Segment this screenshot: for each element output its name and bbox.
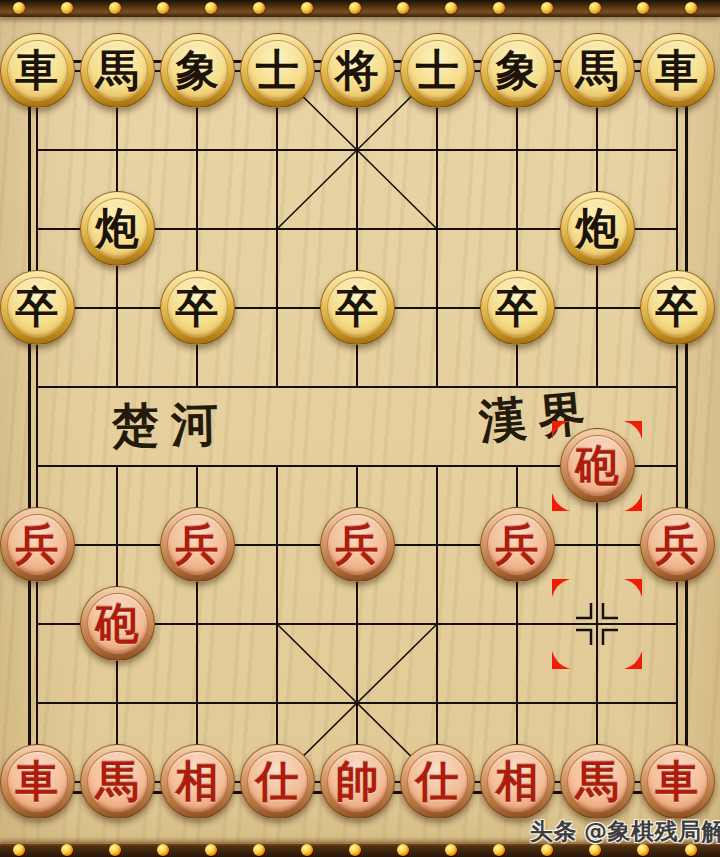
- watermark-caption: 头条@象棋残局解析: [530, 816, 720, 847]
- piece-black-cannon[interactable]: 炮: [80, 191, 155, 266]
- gold-stud-icon: [301, 2, 313, 14]
- piece-character: 相: [496, 760, 539, 803]
- last-move-origin-marker: [549, 576, 645, 672]
- piece-character: 馬: [576, 760, 619, 803]
- piece-red-soldier[interactable]: 兵: [0, 507, 75, 582]
- piece-character: 馬: [96, 49, 139, 92]
- top-decor-strip: [0, 0, 720, 17]
- piece-black-chariot[interactable]: 車: [0, 33, 75, 108]
- gold-stud-icon: [205, 2, 217, 14]
- gold-stud-icon: [493, 844, 505, 856]
- gold-stud-icon: [61, 844, 73, 856]
- piece-black-cannon[interactable]: 炮: [560, 191, 635, 266]
- gold-stud-icon: [493, 2, 505, 14]
- piece-black-advisor[interactable]: 士: [400, 33, 475, 108]
- gold-stud-icon: [445, 844, 457, 856]
- piece-character: 卒: [496, 286, 539, 329]
- piece-character: 卒: [656, 286, 699, 329]
- piece-black-horse[interactable]: 馬: [560, 33, 635, 108]
- piece-black-general[interactable]: 将: [320, 33, 395, 108]
- gold-stud-icon: [253, 2, 265, 14]
- piece-character: 砲: [96, 602, 139, 645]
- piece-black-soldier[interactable]: 卒: [320, 270, 395, 345]
- piece-character: 馬: [96, 760, 139, 803]
- piece-character: 士: [256, 49, 299, 92]
- piece-red-soldier[interactable]: 兵: [480, 507, 555, 582]
- piece-red-chariot[interactable]: 車: [0, 744, 75, 819]
- piece-red-soldier[interactable]: 兵: [160, 507, 235, 582]
- piece-black-soldier[interactable]: 卒: [480, 270, 555, 345]
- piece-character: 仕: [256, 760, 299, 803]
- piece-red-elephant[interactable]: 相: [480, 744, 555, 819]
- piece-red-soldier[interactable]: 兵: [640, 507, 715, 582]
- piece-character: 炮: [576, 207, 619, 250]
- gold-stud-icon: [253, 844, 265, 856]
- river-label-chu-he: 楚河: [112, 400, 231, 449]
- gold-stud-icon: [109, 844, 121, 856]
- gold-stud-icon: [685, 2, 697, 14]
- piece-red-chariot[interactable]: 車: [640, 744, 715, 819]
- piece-character: 象: [176, 49, 219, 92]
- gold-stud-icon: [397, 2, 409, 14]
- piece-character: 仕: [416, 760, 459, 803]
- piece-black-soldier[interactable]: 卒: [640, 270, 715, 345]
- gold-stud-icon: [397, 844, 409, 856]
- piece-black-horse[interactable]: 馬: [80, 33, 155, 108]
- piece-black-soldier[interactable]: 卒: [160, 270, 235, 345]
- piece-black-advisor[interactable]: 士: [240, 33, 315, 108]
- gold-stud-icon: [157, 2, 169, 14]
- piece-red-advisor[interactable]: 仕: [400, 744, 475, 819]
- piece-character: 車: [656, 49, 699, 92]
- piece-character: 卒: [336, 286, 379, 329]
- piece-red-elephant[interactable]: 相: [160, 744, 235, 819]
- gold-stud-icon: [109, 2, 121, 14]
- piece-red-general[interactable]: 帥: [320, 744, 395, 819]
- xiangqi-app-screen: 楚河 漢界 車馬象士将士象馬車炮炮卒卒卒卒卒砲兵兵兵兵兵砲車馬相仕帥仕相馬車 头…: [0, 0, 720, 857]
- gold-stud-icon: [541, 2, 553, 14]
- piece-character: 兵: [336, 523, 379, 566]
- piece-red-horse[interactable]: 馬: [80, 744, 155, 819]
- piece-red-advisor[interactable]: 仕: [240, 744, 315, 819]
- piece-character: 兵: [176, 523, 219, 566]
- gold-stud-icon: [349, 844, 361, 856]
- piece-character: 象: [496, 49, 539, 92]
- gold-stud-icon: [445, 2, 457, 14]
- piece-character: 卒: [176, 286, 219, 329]
- piece-red-cannon[interactable]: 砲: [80, 586, 155, 661]
- gold-stud-icon: [157, 844, 169, 856]
- piece-black-elephant[interactable]: 象: [160, 33, 235, 108]
- piece-character: 馬: [576, 49, 619, 92]
- gold-stud-icon: [13, 844, 25, 856]
- gold-stud-icon: [205, 844, 217, 856]
- piece-black-chariot[interactable]: 車: [640, 33, 715, 108]
- gold-stud-icon: [349, 2, 361, 14]
- watermark-brand: 头条: [530, 818, 577, 844]
- piece-character: 兵: [656, 523, 699, 566]
- piece-character: 将: [336, 49, 379, 92]
- gold-stud-icon: [301, 844, 313, 856]
- piece-character: 士: [416, 49, 459, 92]
- last-move-destination-marker: [549, 418, 645, 514]
- piece-black-elephant[interactable]: 象: [480, 33, 555, 108]
- gold-stud-icon: [637, 2, 649, 14]
- piece-character: 兵: [16, 523, 59, 566]
- piece-black-soldier[interactable]: 卒: [0, 270, 75, 345]
- piece-character: 炮: [96, 207, 139, 250]
- piece-red-horse[interactable]: 馬: [560, 744, 635, 819]
- piece-character: 車: [16, 49, 59, 92]
- piece-character: 帥: [336, 760, 379, 803]
- piece-red-soldier[interactable]: 兵: [320, 507, 395, 582]
- piece-character: 卒: [16, 286, 59, 329]
- piece-character: 兵: [496, 523, 539, 566]
- watermark-handle: @象棋残局解析: [584, 818, 720, 844]
- piece-character: 車: [16, 760, 59, 803]
- gold-stud-icon: [13, 2, 25, 14]
- gold-stud-icon: [61, 2, 73, 14]
- piece-character: 相: [176, 760, 219, 803]
- gold-stud-icon: [589, 2, 601, 14]
- piece-character: 車: [656, 760, 699, 803]
